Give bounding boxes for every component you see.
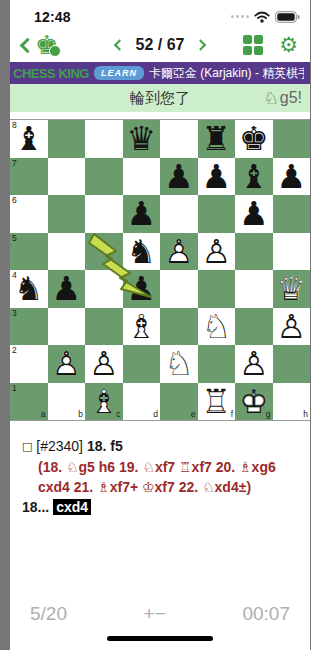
black-rook[interactable]: ♜	[198, 120, 236, 158]
black-pawn[interactable]: ♟	[123, 195, 161, 233]
square-h3[interactable]: ♟♙	[273, 308, 311, 346]
square-c8[interactable]	[85, 120, 123, 158]
square-a6[interactable]: 6	[10, 195, 48, 233]
file-label-h: h	[303, 410, 308, 419]
home-indicator[interactable]	[107, 636, 213, 641]
square-h2[interactable]	[273, 345, 311, 383]
square-f7[interactable]: ♟	[198, 158, 236, 196]
black-pawn[interactable]: ♟	[123, 270, 161, 308]
white-pawn[interactable]: ♟♙	[198, 233, 236, 271]
settings-gear-button[interactable]: ⚙	[279, 35, 298, 56]
square-d6[interactable]: ♟	[123, 195, 161, 233]
square-g4[interactable]	[235, 270, 273, 308]
square-h6[interactable]	[273, 195, 311, 233]
square-e3[interactable]	[160, 308, 198, 346]
square-g1[interactable]: g♚♔	[235, 383, 273, 421]
current-move-line: 18... cxd4	[22, 497, 298, 517]
knight-icon: ♘	[264, 88, 279, 108]
highlighted-move[interactable]: cxd4	[53, 499, 91, 515]
brand-banner: CHESS KING LEARN 卡爾亞金 (Karjakin) - 精英棋手	[10, 62, 310, 84]
black-queen[interactable]: ♛	[123, 120, 161, 158]
square-h8[interactable]	[273, 120, 311, 158]
back-button[interactable]: ♚	[22, 32, 58, 58]
move-notation-panel: □ [#2340] 18. f5 (18. ♘g5 h6 19. ♘xf7 ♖x…	[10, 420, 310, 517]
black-pawn[interactable]: ♟	[48, 270, 86, 308]
square-g7[interactable]: ♝	[235, 158, 273, 196]
square-f5[interactable]: ♟♙	[198, 233, 236, 271]
timer: 00:07	[242, 603, 290, 625]
black-pawn[interactable]: ♟	[235, 195, 273, 233]
course-title: 卡爾亞金 (Karjakin) - 精英棋手	[149, 65, 304, 82]
square-c2[interactable]: ♟♙	[85, 345, 123, 383]
file-label-a: a	[41, 410, 46, 419]
variation-line-1[interactable]: (18. ♘g5 h6 19. ♘xf7 ♖xf7 20. ♗xg6	[22, 457, 298, 477]
puzzle-id: [#2340]	[36, 438, 83, 454]
rank-label-8: 8	[12, 121, 17, 130]
square-d4[interactable]: ♟	[123, 270, 161, 308]
variation-line-2[interactable]: cxd4 21. ♗xf7+ ♔xf7 22. ♘xd4±)	[22, 477, 298, 497]
previous-puzzle-button[interactable]	[114, 39, 125, 50]
main-line: □ [#2340] 18. f5	[22, 436, 298, 457]
app-screen: 12:48 ♚ 52 / 67 ⚙	[10, 0, 310, 650]
square-a4[interactable]: 4♞	[10, 270, 48, 308]
white-to-move-icon: □	[22, 440, 32, 453]
rank-label-7: 7	[12, 159, 17, 168]
white-queen[interactable]: ♛♕	[273, 270, 311, 308]
square-d3[interactable]: ♝♗	[123, 308, 161, 346]
square-e2[interactable]: ♞♘	[160, 345, 198, 383]
square-a8[interactable]: 8♝	[10, 120, 48, 158]
square-h1[interactable]: h	[273, 383, 311, 421]
nav-bar: ♚ 52 / 67 ⚙	[10, 28, 310, 62]
square-c3[interactable]	[85, 308, 123, 346]
square-b1[interactable]: b	[48, 383, 86, 421]
rank-label-4: 4	[12, 271, 17, 280]
white-bishop[interactable]: ♝♗	[123, 308, 161, 346]
square-g2[interactable]: ♟♙	[235, 345, 273, 383]
rank-label-5: 5	[12, 234, 17, 243]
square-g5[interactable]	[235, 233, 273, 271]
white-rook[interactable]: ♜♖	[198, 383, 236, 421]
square-c4[interactable]	[85, 270, 123, 308]
square-f8[interactable]: ♜	[198, 120, 236, 158]
battery-icon	[275, 11, 300, 23]
black-knight[interactable]: ♞	[123, 233, 161, 271]
square-b7[interactable]	[48, 158, 86, 196]
adjust-stepper[interactable]: +−	[144, 603, 166, 625]
square-e4[interactable]	[160, 270, 198, 308]
square-c1[interactable]: c♝♗	[85, 383, 123, 421]
square-g3[interactable]	[235, 308, 273, 346]
square-e8[interactable]	[160, 120, 198, 158]
puzzle-counter: 52 / 67	[136, 36, 185, 54]
hint-move: ♘ g5!	[264, 84, 303, 112]
chess-king-wordmark: CHESS KING	[13, 66, 89, 81]
cellular-signal-icon	[231, 15, 249, 20]
rank-label-3: 3	[12, 309, 17, 318]
square-g6[interactable]: ♟	[235, 195, 273, 233]
rank-label-6: 6	[12, 196, 17, 205]
square-b2[interactable]: ♟♙	[48, 345, 86, 383]
square-b5[interactable]	[48, 233, 86, 271]
file-label-d: d	[153, 410, 158, 419]
status-bar: 12:48	[10, 0, 310, 28]
rank-label-2: 2	[12, 346, 17, 355]
square-d2[interactable]	[123, 345, 161, 383]
square-f2[interactable]	[198, 345, 236, 383]
white-pawn[interactable]: ♟♙	[160, 233, 198, 271]
white-pawn[interactable]: ♟♙	[273, 308, 311, 346]
square-b4[interactable]: ♟	[48, 270, 86, 308]
square-e5[interactable]: ♟♙	[160, 233, 198, 271]
square-d7[interactable]	[123, 158, 161, 196]
square-d1[interactable]: d	[123, 383, 161, 421]
square-g8[interactable]: ♚	[235, 120, 273, 158]
white-pawn[interactable]: ♟♙	[235, 345, 273, 383]
square-a7[interactable]: 7	[10, 158, 48, 196]
puzzle-list-button[interactable]	[243, 35, 263, 55]
black-bishop[interactable]: ♝	[235, 158, 273, 196]
file-label-e: e	[191, 410, 196, 419]
square-h4[interactable]: ♛♕	[273, 270, 311, 308]
clock: 12:48	[34, 9, 71, 25]
file-label-c: c	[116, 410, 120, 419]
bottom-bar: 5/20 +− 00:07	[10, 603, 310, 625]
learn-badge: LEARN	[94, 66, 144, 80]
turn-indicator-bar: 輪到您了 ♘ g5!	[10, 84, 310, 112]
square-f1[interactable]: f♜♖	[198, 383, 236, 421]
white-knight[interactable]: ♞♘	[198, 308, 236, 346]
file-label-b: b	[78, 410, 83, 419]
file-label-f: f	[231, 410, 233, 419]
square-a3[interactable]: 3	[10, 308, 48, 346]
move-number: 18...	[22, 499, 49, 515]
file-label-g: g	[266, 410, 271, 419]
main-move[interactable]: 18. f5	[87, 438, 123, 454]
white-pawn[interactable]: ♟♙	[85, 345, 123, 383]
square-b6[interactable]	[48, 195, 86, 233]
chess-king-logo-icon: ♚	[35, 32, 58, 58]
back-chevron-icon	[20, 37, 36, 53]
square-b8[interactable]	[48, 120, 86, 158]
square-h5[interactable]	[273, 233, 311, 271]
square-c6[interactable]	[85, 195, 123, 233]
square-d5[interactable]: ♞	[123, 233, 161, 271]
square-b3[interactable]	[48, 308, 86, 346]
wifi-icon	[254, 11, 270, 23]
square-f4[interactable]	[198, 270, 236, 308]
next-puzzle-button[interactable]	[195, 39, 206, 50]
progress-counter: 5/20	[30, 603, 67, 625]
square-f6[interactable]	[198, 195, 236, 233]
square-c5[interactable]	[85, 233, 123, 271]
square-e1[interactable]: e	[160, 383, 198, 421]
square-a1[interactable]: 1a	[10, 383, 48, 421]
chess-board: 8♝♛♜♚7♟♟♝♟6♟♟5♞♟♙♟♙4♞♟♟♛♕3♝♗♞♘♟♙2♟♙♟♙♞♘♟…	[10, 120, 310, 420]
turn-message: 輪到您了	[130, 89, 190, 108]
black-pawn[interactable]: ♟	[160, 158, 198, 196]
square-h7[interactable]: ♟	[273, 158, 311, 196]
hint-move-text: g5!	[280, 89, 302, 107]
black-pawn[interactable]: ♟	[273, 158, 311, 196]
square-e6[interactable]	[160, 195, 198, 233]
puzzle-pager: 52 / 67	[116, 36, 205, 54]
square-d8[interactable]: ♛	[123, 120, 161, 158]
white-pawn[interactable]: ♟♙	[48, 345, 86, 383]
square-f3[interactable]: ♞♘	[198, 308, 236, 346]
square-c7[interactable]	[85, 158, 123, 196]
rank-label-1: 1	[12, 384, 17, 393]
white-knight[interactable]: ♞♘	[160, 345, 198, 383]
black-pawn[interactable]: ♟	[198, 158, 236, 196]
black-king[interactable]: ♚	[235, 120, 273, 158]
square-e7[interactable]: ♟	[160, 158, 198, 196]
square-a5[interactable]: 5	[10, 233, 48, 271]
square-a2[interactable]: 2	[10, 345, 48, 383]
